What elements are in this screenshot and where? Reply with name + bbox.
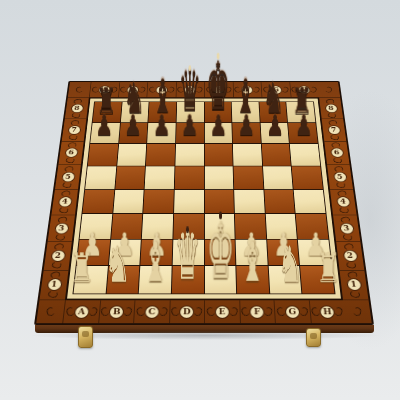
border-cell: 4 (51, 189, 78, 215)
scroll-ornament-icon (263, 306, 273, 317)
piece-black-rook: ♜ (96, 84, 116, 119)
board-grid: ♜♞♝♛♚♝♞♜♟♟♟♟♟♟♟♟♟♟♟♟♟♟♟♟♜♞♝♛♚♝♞♜ (72, 101, 335, 294)
square-b3 (111, 214, 143, 239)
perspective-scene: ABCDEFGH ABCDEFGH 87654321 87654321 ♜♞♝♛… (0, 0, 400, 400)
square-c2: ♟ (141, 239, 173, 265)
square-g3 (265, 214, 297, 239)
scroll-ornament-icon (87, 306, 98, 317)
scroll-ornament-icon (71, 112, 81, 118)
border-cell: 8 (65, 97, 89, 118)
border-cell: 6 (324, 141, 349, 164)
square-e5 (204, 166, 233, 189)
scroll-ornament-icon (337, 190, 348, 197)
piece-white-pawn: ♟ (114, 230, 134, 262)
scroll-ornament-icon (333, 157, 342, 164)
piece-black-pawn: ♟ (294, 112, 312, 140)
scroll-ornament-icon (193, 306, 204, 317)
scroll-ornament-icon (65, 306, 75, 317)
scroll-ornament-icon (334, 166, 344, 173)
coordinate-medallion: G (285, 306, 299, 317)
scroll-ornament-icon (281, 86, 289, 93)
border-strip-left: 87654321 (39, 97, 88, 300)
scroll-ornament-icon (148, 86, 156, 93)
piece-black-bishop: ♝ (152, 72, 173, 118)
square-f3 (235, 214, 266, 239)
scroll-ornament-icon (54, 243, 64, 251)
scroll-ornament-icon (240, 306, 251, 317)
border-corner (68, 82, 91, 97)
coordinate-medallion: E (216, 306, 229, 317)
piece-white-pawn: ♟ (273, 230, 293, 262)
square-a7: ♟ (90, 123, 119, 144)
square-h1: ♜ (300, 266, 334, 293)
piece-white-bishop: ♝ (143, 235, 167, 289)
border-cell: 6 (58, 141, 83, 164)
coordinate-medallion: B (128, 86, 139, 94)
square-f8: ♝ (232, 102, 260, 122)
border-cell: A (89, 82, 119, 97)
square-g5 (263, 166, 293, 189)
square-c4 (143, 190, 173, 214)
piece-black-knight: ♞ (123, 76, 145, 118)
border-cell: 5 (55, 164, 81, 188)
border-corner (317, 82, 340, 97)
border-cell: F (239, 300, 275, 323)
scroll-ornament-icon (71, 120, 80, 126)
border-cell: A (62, 300, 99, 323)
scroll-ornament-icon (336, 181, 346, 188)
coordinate-medallion: 4 (58, 197, 71, 206)
scroll-ornament-icon (339, 207, 349, 214)
square-c6 (146, 144, 175, 166)
square-c5 (145, 166, 175, 189)
border-cell: 4 (330, 189, 357, 215)
scroll-ornament-icon (47, 290, 59, 298)
piece-white-pawn: ♟ (210, 230, 230, 262)
scroll-ornament-icon (343, 233, 353, 241)
piece-black-queen: ♛ (179, 62, 202, 119)
border-strip-top: ABCDEFGH (68, 82, 340, 97)
square-e8: ♚ (204, 102, 231, 122)
coordinate-medallion: 2 (51, 251, 65, 261)
piece-black-pawn: ♟ (124, 112, 142, 140)
square-d1: ♛ (172, 266, 204, 293)
scroll-ornament-icon (334, 306, 344, 317)
square-a5 (85, 166, 116, 189)
border-cell: G (261, 82, 291, 97)
scroll-ornament-icon (205, 306, 216, 317)
square-h5 (292, 166, 323, 189)
border-cell: 7 (62, 119, 87, 141)
square-d3 (173, 214, 203, 239)
square-h2: ♟ (298, 239, 331, 265)
piece-white-rook: ♜ (70, 248, 94, 289)
border-cell: B (98, 300, 135, 323)
maple-frame: ♜♞♝♛♚♝♞♜♟♟♟♟♟♟♟♟♟♟♟♟♟♟♟♟♜♞♝♛♚♝♞♜ (65, 97, 343, 300)
border-corner (343, 300, 372, 323)
square-e6 (204, 144, 232, 166)
border-cell: F (232, 82, 261, 97)
coordinate-medallion: 5 (62, 172, 75, 181)
scroll-ornament-icon (228, 306, 238, 317)
border-cell: 3 (48, 215, 75, 242)
scroll-ornament-icon (158, 306, 169, 317)
scroll-ornament-icon (50, 271, 60, 279)
piece-black-rook: ♜ (291, 84, 311, 119)
scroll-ornament-icon (170, 306, 180, 317)
piece-black-pawn: ♟ (181, 112, 199, 140)
border-cell: C (146, 82, 175, 97)
border-corner (36, 300, 65, 323)
scroll-ornament-icon (58, 216, 68, 223)
square-d4 (174, 190, 204, 214)
scroll-ornament-icon (177, 86, 186, 93)
chess-set-photo: ABCDEFGH ABCDEFGH 87654321 87654321 ♜♞♝♛… (0, 0, 400, 400)
square-a8: ♜ (93, 102, 122, 122)
square-b1: ♞ (106, 266, 139, 293)
square-b5 (115, 166, 145, 189)
border-cell: H (289, 82, 319, 97)
square-f2: ♟ (236, 239, 268, 265)
scroll-ornament-icon (343, 243, 354, 251)
coordinate-medallion: 2 (343, 251, 357, 261)
square-c1: ♝ (139, 266, 172, 293)
border-cell: B (118, 82, 148, 97)
square-f1: ♝ (236, 266, 269, 293)
scroll-ornament-icon (234, 86, 243, 93)
square-h4 (294, 190, 326, 214)
square-h8: ♜ (287, 102, 316, 122)
scroll-ornament-icon (340, 216, 351, 223)
scroll-ornament-icon (347, 271, 359, 279)
border-cell: 5 (327, 164, 353, 188)
coordinate-medallion: G (270, 86, 281, 94)
piece-white-pawn: ♟ (305, 230, 325, 262)
scroll-ornament-icon (123, 306, 134, 317)
border-cell: C (133, 300, 169, 323)
square-d8: ♛ (176, 102, 203, 122)
scroll-ornament-icon (68, 142, 77, 148)
square-g6 (262, 144, 292, 166)
square-a6 (88, 144, 118, 166)
border-cell: 8 (319, 97, 343, 118)
piece-white-knight: ♞ (277, 240, 303, 290)
scroll-ornament-icon (275, 306, 286, 317)
scroll-ornament-icon (205, 86, 214, 93)
square-d5 (175, 166, 204, 189)
square-b4 (113, 190, 144, 214)
square-a1: ♜ (74, 266, 108, 293)
piece-white-pawn: ♟ (146, 230, 166, 262)
coordinate-medallion: D (185, 86, 196, 94)
coordinate-medallion: H (320, 306, 334, 317)
piece-white-bishop: ♝ (241, 235, 265, 289)
piece-white-king: ♚ (206, 212, 234, 290)
coordinate-medallion: 5 (334, 172, 347, 181)
border-cell: 7 (322, 119, 347, 141)
scroll-ornament-icon (352, 306, 362, 317)
scroll-ornament-icon (224, 86, 233, 93)
chess-board: ABCDEFGH ABCDEFGH 87654321 87654321 ♜♞♝♛… (34, 81, 374, 325)
coordinate-medallion: B (110, 306, 124, 317)
scroll-ornament-icon (100, 306, 110, 317)
square-g7: ♟ (260, 123, 289, 144)
scroll-ornament-icon (109, 86, 118, 93)
border-cell: E (204, 300, 239, 323)
square-b6 (117, 144, 147, 166)
scroll-ornament-icon (51, 261, 62, 269)
coordinate-medallion: 6 (331, 149, 343, 158)
square-a4 (82, 190, 114, 214)
border-cell: H (308, 300, 345, 323)
scroll-ornament-icon (75, 86, 83, 93)
piece-white-rook: ♜ (316, 248, 340, 289)
scroll-ornament-icon (328, 120, 338, 126)
coordinate-medallion: 1 (347, 279, 361, 290)
scroll-ornament-icon (310, 306, 321, 317)
border-cell: D (169, 300, 204, 323)
scroll-ornament-icon (262, 86, 271, 93)
scroll-ornament-icon (65, 157, 75, 164)
square-f4 (234, 190, 264, 214)
scroll-ornament-icon (58, 207, 69, 214)
border-cell: 2 (44, 241, 72, 269)
square-g4 (264, 190, 295, 214)
square-e1: ♚ (204, 266, 236, 293)
piece-black-pawn: ♟ (238, 112, 256, 140)
scroll-ornament-icon (55, 233, 66, 241)
scroll-ornament-icon (291, 86, 300, 93)
square-h3 (296, 214, 328, 239)
scroll-ornament-icon (61, 190, 71, 197)
square-c8: ♝ (149, 102, 177, 122)
scroll-ornament-icon (166, 86, 175, 93)
coordinate-medallion: H (299, 86, 310, 94)
coordinate-medallion: 7 (328, 126, 340, 134)
border-strip-bottom: ABCDEFGH (36, 300, 371, 323)
coordinate-medallion: 8 (325, 104, 337, 112)
brass-latch-icon (306, 328, 321, 347)
coordinate-medallion: 7 (68, 126, 80, 134)
coordinate-medallion: 3 (55, 223, 68, 233)
piece-black-pawn: ♟ (152, 112, 170, 140)
board-border-frame: ABCDEFGH ABCDEFGH 87654321 87654321 ♜♞♝♛… (34, 81, 374, 325)
coordinate-medallion: 4 (337, 197, 350, 206)
scroll-ornament-icon (73, 98, 82, 104)
square-c3 (142, 214, 173, 239)
square-e2: ♟ (204, 239, 235, 265)
square-a2: ♟ (77, 239, 110, 265)
piece-black-pawn: ♟ (266, 112, 284, 140)
square-h6 (290, 144, 320, 166)
coordinate-medallion: A (75, 306, 89, 317)
piece-white-pawn: ♟ (178, 230, 198, 262)
border-cell: D (175, 82, 204, 97)
scroll-ornament-icon (68, 134, 78, 140)
square-a3 (80, 214, 112, 239)
square-g1: ♞ (268, 266, 301, 293)
square-g8: ♞ (259, 102, 287, 122)
scroll-ornament-icon (350, 290, 361, 298)
coordinate-medallion: C (145, 306, 158, 317)
coordinate-medallion: 3 (340, 223, 353, 233)
piece-black-bishop: ♝ (235, 72, 256, 118)
square-e4 (204, 190, 234, 214)
border-cell: G (274, 300, 311, 323)
piece-white-queen: ♛ (174, 223, 200, 289)
scroll-ornament-icon (299, 306, 309, 317)
scroll-ornament-icon (46, 306, 56, 317)
scroll-ornament-icon (325, 86, 333, 93)
scroll-ornament-icon (252, 86, 260, 93)
square-f5 (234, 166, 264, 189)
border-cell: E (204, 82, 233, 97)
border-cell: 3 (333, 215, 360, 242)
scroll-ornament-icon (62, 181, 73, 188)
border-cell: 1 (39, 270, 68, 301)
border-strip-right: 87654321 (319, 97, 368, 300)
scroll-ornament-icon (138, 86, 147, 93)
scroll-ornament-icon (120, 86, 128, 93)
scroll-ornament-icon (309, 86, 317, 93)
coordinate-medallion: E (213, 86, 224, 94)
scroll-ornament-icon (64, 166, 73, 173)
coordinate-medallion: D (180, 306, 193, 317)
square-e3 (204, 214, 234, 239)
square-b8: ♞ (121, 102, 149, 122)
square-e7: ♟ (204, 123, 232, 144)
piece-white-pawn: ♟ (82, 230, 102, 262)
brass-latch-icon (78, 326, 93, 348)
scroll-ornament-icon (330, 134, 339, 140)
coordinate-medallion: F (242, 86, 253, 94)
coordinate-medallion: C (156, 86, 167, 94)
coordinate-medallion: A (99, 86, 110, 94)
coordinate-medallion: 1 (47, 279, 61, 290)
piece-black-king: ♚ (206, 53, 230, 119)
square-d7: ♟ (176, 123, 204, 144)
scroll-ornament-icon (331, 142, 341, 148)
border-cell: 2 (336, 241, 364, 269)
piece-black-pawn: ♟ (209, 112, 227, 140)
square-h7: ♟ (288, 123, 317, 144)
piece-white-pawn: ♟ (242, 230, 262, 262)
scroll-ornament-icon (195, 86, 204, 93)
scroll-ornament-icon (91, 86, 99, 93)
square-f7: ♟ (232, 123, 260, 144)
square-b7: ♟ (119, 123, 148, 144)
coordinate-medallion: 8 (71, 104, 83, 112)
square-d6 (175, 144, 203, 166)
scroll-ornament-icon (346, 261, 356, 269)
coordinate-medallion: F (251, 306, 264, 317)
scroll-ornament-icon (135, 306, 145, 317)
square-f6 (233, 144, 262, 166)
piece-white-knight: ♞ (105, 240, 131, 290)
square-g2: ♟ (267, 239, 299, 265)
square-c7: ♟ (147, 123, 175, 144)
scroll-ornament-icon (327, 112, 336, 118)
scroll-ornament-icon (325, 98, 335, 104)
piece-black-knight: ♞ (263, 76, 285, 118)
square-d2: ♟ (173, 239, 204, 265)
piece-black-pawn: ♟ (95, 112, 113, 140)
square-b2: ♟ (109, 239, 141, 265)
border-cell: 1 (339, 270, 368, 301)
coordinate-medallion: 6 (65, 149, 77, 158)
